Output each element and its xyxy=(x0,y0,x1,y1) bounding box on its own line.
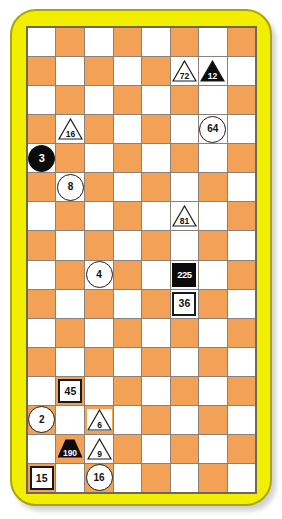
cell-r13c4[interactable] xyxy=(114,377,141,405)
cell-r13c3[interactable] xyxy=(85,377,112,405)
cell-r9c1[interactable] xyxy=(28,261,55,289)
piece-black-trapezoid-190[interactable]: 190 xyxy=(56,438,84,459)
piece-white-square-45[interactable]: 45 xyxy=(58,379,82,403)
cell-r12c2[interactable] xyxy=(56,348,84,376)
piece-white-triangle-72[interactable]: 72 xyxy=(172,60,197,82)
cell-r16c1[interactable]: 15 xyxy=(28,464,55,492)
piece-black-triangle-12[interactable]: 12 xyxy=(200,60,225,82)
cell-r10c1[interactable] xyxy=(28,290,55,318)
cell-r15c7[interactable] xyxy=(199,435,226,463)
piece-white-circle-16[interactable]: 16 xyxy=(86,464,113,491)
cell-r14c3[interactable]: 6 xyxy=(85,406,112,434)
cell-r15c6[interactable] xyxy=(171,435,198,463)
cell-r10c3[interactable] xyxy=(85,290,112,318)
cell-r16c6[interactable] xyxy=(171,464,198,492)
cell-r14c6[interactable] xyxy=(171,406,198,434)
cell-r16c8[interactable] xyxy=(228,464,255,492)
cell-r8c8[interactable] xyxy=(228,231,255,259)
cell-r1c6[interactable] xyxy=(171,28,198,56)
cell-r2c6[interactable]: 72 xyxy=(171,57,198,85)
cell-r14c2[interactable] xyxy=(56,406,84,434)
game-board: 721216643881422536452619091516 xyxy=(26,26,257,494)
cell-r11c1[interactable] xyxy=(28,319,55,347)
cell-r7c3[interactable] xyxy=(85,202,112,230)
cell-r1c1[interactable] xyxy=(28,28,55,56)
cell-r7c2[interactable] xyxy=(56,202,84,230)
cell-r1c4[interactable] xyxy=(114,28,141,56)
cell-r6c7[interactable] xyxy=(199,173,226,201)
cell-r3c7[interactable] xyxy=(199,86,226,114)
svg-text:81: 81 xyxy=(180,217,190,227)
cell-r6c2[interactable]: 8 xyxy=(56,173,84,201)
cell-r12c8[interactable] xyxy=(228,348,255,376)
cell-r7c5[interactable] xyxy=(142,202,169,230)
cell-r5c7[interactable] xyxy=(199,144,226,172)
cell-r16c4[interactable] xyxy=(114,464,141,492)
piece-white-triangle-81[interactable]: 81 xyxy=(172,205,197,227)
cell-r9c2[interactable] xyxy=(56,261,84,289)
cell-r7c6[interactable]: 81 xyxy=(171,202,198,230)
cell-r2c1[interactable] xyxy=(28,57,55,85)
cell-r15c2[interactable]: 190 xyxy=(56,435,84,463)
svg-text:6: 6 xyxy=(97,420,102,430)
cell-r12c6[interactable] xyxy=(171,348,198,376)
cell-r2c3[interactable] xyxy=(85,57,112,85)
piece-white-circle-64[interactable]: 64 xyxy=(199,116,226,143)
cell-r4c5[interactable] xyxy=(142,115,169,143)
cell-r5c8[interactable] xyxy=(228,144,255,172)
cell-r9c7[interactable] xyxy=(199,261,226,289)
cell-r14c8[interactable] xyxy=(228,406,255,434)
cell-r13c6[interactable] xyxy=(171,377,198,405)
cell-r13c2[interactable]: 45 xyxy=(56,377,84,405)
cell-r2c5[interactable] xyxy=(142,57,169,85)
cell-r9c8[interactable] xyxy=(228,261,255,289)
cell-r9c5[interactable] xyxy=(142,261,169,289)
cell-r15c4[interactable] xyxy=(114,435,141,463)
cell-r15c5[interactable] xyxy=(142,435,169,463)
cell-r6c3[interactable] xyxy=(85,173,112,201)
cell-r7c4[interactable] xyxy=(114,202,141,230)
cell-r4c4[interactable] xyxy=(114,115,141,143)
svg-text:16: 16 xyxy=(66,129,76,139)
cell-r11c6[interactable] xyxy=(171,319,198,347)
cell-r13c7[interactable] xyxy=(199,377,226,405)
cell-r13c8[interactable] xyxy=(228,377,255,405)
cell-r14c4[interactable] xyxy=(114,406,141,434)
cell-r6c4[interactable] xyxy=(114,173,141,201)
cell-r4c1[interactable] xyxy=(28,115,55,143)
cell-r3c4[interactable] xyxy=(114,86,141,114)
svg-text:9: 9 xyxy=(97,449,102,459)
cell-r4c7[interactable]: 64 xyxy=(199,115,226,143)
yellow-frame: 721216643881422536452619091516 xyxy=(10,9,272,506)
cell-r12c5[interactable] xyxy=(142,348,169,376)
piece-white-triangle-6[interactable]: 6 xyxy=(87,409,112,431)
cell-r15c3[interactable]: 9 xyxy=(85,435,112,463)
cell-r12c3[interactable] xyxy=(85,348,112,376)
cell-r2c7[interactable]: 12 xyxy=(199,57,226,85)
cell-r9c4[interactable] xyxy=(114,261,141,289)
cell-r1c8[interactable] xyxy=(228,28,255,56)
cell-r5c6[interactable] xyxy=(171,144,198,172)
cell-r12c1[interactable] xyxy=(28,348,55,376)
cell-r1c5[interactable] xyxy=(142,28,169,56)
cell-r11c4[interactable] xyxy=(114,319,141,347)
cell-r8c5[interactable] xyxy=(142,231,169,259)
piece-white-triangle-16[interactable]: 16 xyxy=(58,118,83,140)
cell-r6c5[interactable] xyxy=(142,173,169,201)
cell-r5c3[interactable] xyxy=(85,144,112,172)
cell-r5c1[interactable]: 3 xyxy=(28,144,55,172)
cell-r3c8[interactable] xyxy=(228,86,255,114)
cell-r12c7[interactable] xyxy=(199,348,226,376)
cell-r14c1[interactable]: 2 xyxy=(28,406,55,434)
cell-r11c3[interactable] xyxy=(85,319,112,347)
cell-r8c3[interactable] xyxy=(85,231,112,259)
cell-r4c6[interactable] xyxy=(171,115,198,143)
piece-white-square-36[interactable]: 36 xyxy=(172,292,196,316)
cell-r10c8[interactable] xyxy=(228,290,255,318)
cell-r8c4[interactable] xyxy=(114,231,141,259)
cell-r6c8[interactable] xyxy=(228,173,255,201)
piece-white-triangle-9[interactable]: 9 xyxy=(87,438,112,460)
cell-r11c7[interactable] xyxy=(199,319,226,347)
cell-r9c6[interactable]: 225 xyxy=(171,261,198,289)
cell-r10c4[interactable] xyxy=(114,290,141,318)
cell-r14c7[interactable] xyxy=(199,406,226,434)
cell-r11c2[interactable] xyxy=(56,319,84,347)
page: 721216643881422536452619091516 xyxy=(0,0,282,519)
cell-r8c7[interactable] xyxy=(199,231,226,259)
cell-r10c5[interactable] xyxy=(142,290,169,318)
svg-text:12: 12 xyxy=(208,71,218,81)
piece-black-circle-3[interactable]: 3 xyxy=(28,145,55,172)
piece-white-circle-8[interactable]: 8 xyxy=(57,174,84,201)
cell-r8c6[interactable] xyxy=(171,231,198,259)
svg-text:190: 190 xyxy=(63,448,77,458)
cell-r2c4[interactable] xyxy=(114,57,141,85)
piece-white-circle-2[interactable]: 2 xyxy=(28,406,55,433)
cell-r11c8[interactable] xyxy=(228,319,255,347)
cell-r3c6[interactable] xyxy=(171,86,198,114)
cell-r6c6[interactable] xyxy=(171,173,198,201)
cell-r3c5[interactable] xyxy=(142,86,169,114)
cell-r8c1[interactable] xyxy=(28,231,55,259)
cell-r1c3[interactable] xyxy=(85,28,112,56)
cell-r5c5[interactable] xyxy=(142,144,169,172)
cell-r3c2[interactable] xyxy=(56,86,84,114)
cell-r4c3[interactable] xyxy=(85,115,112,143)
cell-r10c2[interactable] xyxy=(56,290,84,318)
cell-r8c2[interactable] xyxy=(56,231,84,259)
cell-r7c7[interactable] xyxy=(199,202,226,230)
cell-r16c7[interactable] xyxy=(199,464,226,492)
cell-r6c1[interactable] xyxy=(28,173,55,201)
cell-r13c5[interactable] xyxy=(142,377,169,405)
cell-r5c4[interactable] xyxy=(114,144,141,172)
cell-r7c8[interactable] xyxy=(228,202,255,230)
cell-r1c7[interactable] xyxy=(199,28,226,56)
cell-r16c3[interactable]: 16 xyxy=(85,464,112,492)
cell-r7c1[interactable] xyxy=(28,202,55,230)
cell-r13c1[interactable] xyxy=(28,377,55,405)
cell-r15c8[interactable] xyxy=(228,435,255,463)
cell-r10c7[interactable] xyxy=(199,290,226,318)
cell-r4c8[interactable] xyxy=(228,115,255,143)
svg-text:72: 72 xyxy=(180,71,190,81)
cell-r4c2[interactable]: 16 xyxy=(56,115,84,143)
piece-white-square-15[interactable]: 15 xyxy=(30,466,54,490)
cell-r5c2[interactable] xyxy=(56,144,84,172)
cell-r16c2[interactable] xyxy=(56,464,84,492)
cell-r2c8[interactable] xyxy=(228,57,255,85)
cell-r10c6[interactable]: 36 xyxy=(171,290,198,318)
cell-r3c3[interactable] xyxy=(85,86,112,114)
cell-r11c5[interactable] xyxy=(142,319,169,347)
piece-white-circle-4[interactable]: 4 xyxy=(86,261,113,288)
cell-r1c2[interactable] xyxy=(56,28,84,56)
cell-r15c1[interactable] xyxy=(28,435,55,463)
cell-r16c5[interactable] xyxy=(142,464,169,492)
cell-r9c3[interactable]: 4 xyxy=(85,261,112,289)
cell-r2c2[interactable] xyxy=(56,57,84,85)
cell-r12c4[interactable] xyxy=(114,348,141,376)
piece-black-square-225[interactable]: 225 xyxy=(172,263,196,287)
cell-r14c5[interactable] xyxy=(142,406,169,434)
cell-r3c1[interactable] xyxy=(28,86,55,114)
